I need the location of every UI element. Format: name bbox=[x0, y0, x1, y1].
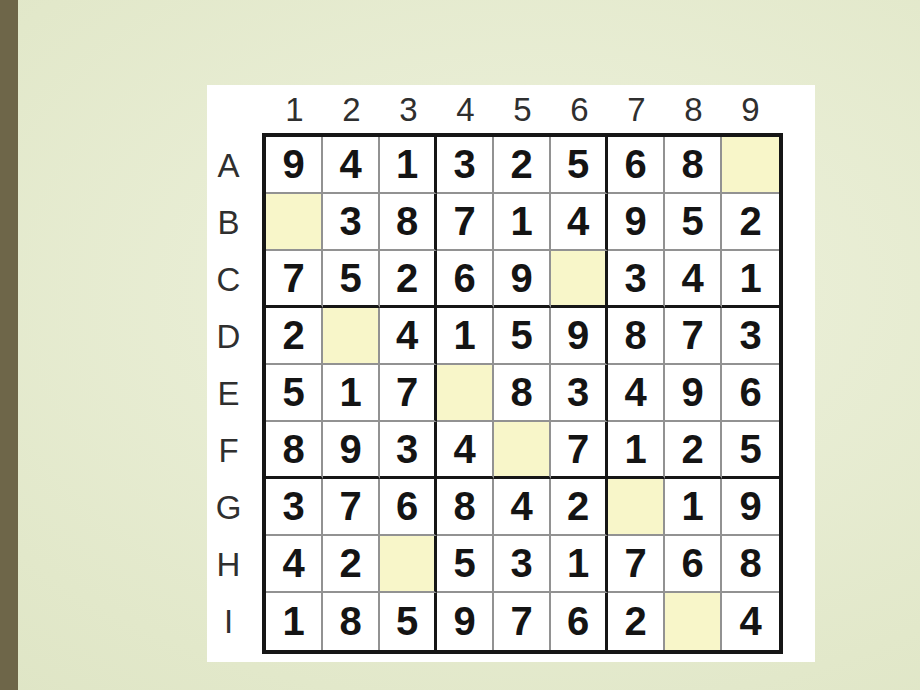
cell-F5[interactable] bbox=[494, 422, 551, 479]
cell-E3: 7 bbox=[380, 365, 437, 422]
cell-C8: 4 bbox=[665, 251, 722, 308]
cell-G7[interactable] bbox=[608, 479, 665, 536]
cell-A8: 8 bbox=[665, 137, 722, 194]
cell-H3[interactable] bbox=[380, 536, 437, 593]
col-label-6: 6 bbox=[551, 93, 608, 126]
cell-F2: 9 bbox=[323, 422, 380, 479]
cell-C9: 1 bbox=[722, 251, 779, 308]
cell-B7: 9 bbox=[608, 194, 665, 251]
cell-G3: 6 bbox=[380, 479, 437, 536]
cell-B8: 5 bbox=[665, 194, 722, 251]
cell-I6: 6 bbox=[551, 593, 608, 650]
cell-E1: 5 bbox=[266, 365, 323, 422]
col-label-4: 4 bbox=[437, 93, 494, 126]
grid-corner-spacer bbox=[207, 85, 262, 133]
cell-G1: 3 bbox=[266, 479, 323, 536]
cell-H4: 5 bbox=[437, 536, 494, 593]
cell-I3: 5 bbox=[380, 593, 437, 650]
cell-A5: 2 bbox=[494, 137, 551, 194]
left-accent-bar bbox=[0, 0, 18, 690]
cell-B3: 8 bbox=[380, 194, 437, 251]
cell-D8: 7 bbox=[665, 308, 722, 365]
cell-E6: 3 bbox=[551, 365, 608, 422]
cell-H7: 7 bbox=[608, 536, 665, 593]
cell-C6[interactable] bbox=[551, 251, 608, 308]
row-label-F: F bbox=[201, 422, 256, 479]
cell-E2: 1 bbox=[323, 365, 380, 422]
cell-B1[interactable] bbox=[266, 194, 323, 251]
cell-I7: 2 bbox=[608, 593, 665, 650]
cell-G4: 8 bbox=[437, 479, 494, 536]
cell-B5: 1 bbox=[494, 194, 551, 251]
col-label-1: 1 bbox=[266, 93, 323, 126]
cell-A6: 5 bbox=[551, 137, 608, 194]
cell-F3: 3 bbox=[380, 422, 437, 479]
cell-G6: 2 bbox=[551, 479, 608, 536]
row-label-E: E bbox=[201, 365, 256, 422]
cell-A3: 1 bbox=[380, 137, 437, 194]
cell-B4: 7 bbox=[437, 194, 494, 251]
cell-C7: 3 bbox=[608, 251, 665, 308]
cell-E9: 6 bbox=[722, 365, 779, 422]
col-label-3: 3 bbox=[380, 93, 437, 126]
cell-I1: 1 bbox=[266, 593, 323, 650]
cell-G9: 9 bbox=[722, 479, 779, 536]
cell-D5: 5 bbox=[494, 308, 551, 365]
col-label-2: 2 bbox=[323, 93, 380, 126]
col-label-8: 8 bbox=[665, 93, 722, 126]
row-label-A: A bbox=[201, 137, 256, 194]
sudoku-panel: 123456789 ABCDEFGHI 94132568387149527526… bbox=[207, 85, 815, 662]
row-label-G: G bbox=[201, 479, 256, 536]
cell-I2: 8 bbox=[323, 593, 380, 650]
row-label-H: H bbox=[201, 536, 256, 593]
cell-E5: 8 bbox=[494, 365, 551, 422]
sudoku-board: 9413256838714952752693412415987351783496… bbox=[262, 133, 783, 654]
cell-D2[interactable] bbox=[323, 308, 380, 365]
row-label-D: D bbox=[201, 308, 256, 365]
cell-H2: 2 bbox=[323, 536, 380, 593]
cell-D9: 3 bbox=[722, 308, 779, 365]
slide-background: 123456789 ABCDEFGHI 94132568387149527526… bbox=[0, 0, 920, 690]
cell-C3: 2 bbox=[380, 251, 437, 308]
cell-I8[interactable] bbox=[665, 593, 722, 650]
cell-C2: 5 bbox=[323, 251, 380, 308]
cell-D1: 2 bbox=[266, 308, 323, 365]
cell-B9: 2 bbox=[722, 194, 779, 251]
cell-E4[interactable] bbox=[437, 365, 494, 422]
cell-B6: 4 bbox=[551, 194, 608, 251]
cell-I5: 7 bbox=[494, 593, 551, 650]
cell-G5: 4 bbox=[494, 479, 551, 536]
row-label-I: I bbox=[201, 593, 256, 650]
col-label-7: 7 bbox=[608, 93, 665, 126]
cell-C1: 7 bbox=[266, 251, 323, 308]
cell-I4: 9 bbox=[437, 593, 494, 650]
row-labels: ABCDEFGHI bbox=[207, 137, 262, 662]
col-label-5: 5 bbox=[494, 93, 551, 126]
cell-G8: 1 bbox=[665, 479, 722, 536]
cell-F1: 8 bbox=[266, 422, 323, 479]
cell-D3: 4 bbox=[380, 308, 437, 365]
cell-E8: 9 bbox=[665, 365, 722, 422]
row-label-B: B bbox=[201, 194, 256, 251]
cell-F7: 1 bbox=[608, 422, 665, 479]
cell-D4: 1 bbox=[437, 308, 494, 365]
cell-F4: 4 bbox=[437, 422, 494, 479]
cell-D6: 9 bbox=[551, 308, 608, 365]
cell-D7: 8 bbox=[608, 308, 665, 365]
cell-C5: 9 bbox=[494, 251, 551, 308]
cell-A9[interactable] bbox=[722, 137, 779, 194]
cell-H8: 6 bbox=[665, 536, 722, 593]
row-label-C: C bbox=[201, 251, 256, 308]
col-label-9: 9 bbox=[722, 93, 779, 126]
cell-H6: 1 bbox=[551, 536, 608, 593]
cell-G2: 7 bbox=[323, 479, 380, 536]
cell-E7: 4 bbox=[608, 365, 665, 422]
cell-H5: 3 bbox=[494, 536, 551, 593]
cell-F8: 2 bbox=[665, 422, 722, 479]
cell-A7: 6 bbox=[608, 137, 665, 194]
cell-H9: 8 bbox=[722, 536, 779, 593]
cell-I9: 4 bbox=[722, 593, 779, 650]
cell-F9: 5 bbox=[722, 422, 779, 479]
cell-A1: 9 bbox=[266, 137, 323, 194]
cell-A4: 3 bbox=[437, 137, 494, 194]
cell-H1: 4 bbox=[266, 536, 323, 593]
cell-F6: 7 bbox=[551, 422, 608, 479]
cell-B2: 3 bbox=[323, 194, 380, 251]
column-labels: 123456789 bbox=[266, 85, 815, 133]
cell-A2: 4 bbox=[323, 137, 380, 194]
cell-C4: 6 bbox=[437, 251, 494, 308]
